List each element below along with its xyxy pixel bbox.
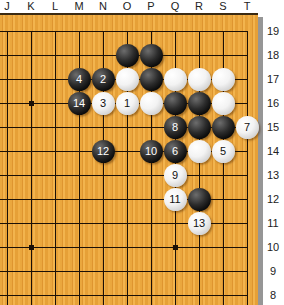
row-label: 18: [263, 48, 283, 62]
stone-white: [140, 92, 163, 115]
stone-white-move-1: 1: [116, 92, 139, 115]
stone-white-move-11: 11: [164, 188, 187, 211]
stone-black-move-12: 12: [92, 140, 115, 163]
column-label: S: [211, 0, 235, 13]
stone-white: [188, 140, 211, 163]
row-label: 14: [263, 144, 283, 158]
stone-white: [164, 68, 187, 91]
column-label: L: [43, 0, 67, 13]
column-label: Q: [163, 0, 187, 13]
column-label: N: [91, 0, 115, 13]
column-label: R: [187, 0, 211, 13]
row-label: 17: [263, 72, 283, 86]
stone-white-move-3: 3: [92, 92, 115, 115]
stone-white-move-13: 13: [188, 212, 211, 235]
stone-black: [140, 68, 163, 91]
stone-black-move-2: 2: [92, 68, 115, 91]
stone-black-move-8: 8: [164, 116, 187, 139]
stone-white: [188, 68, 211, 91]
column-label: O: [115, 0, 139, 13]
row-labels: 1918171615141312111098: [263, 0, 284, 305]
stone-black: [212, 116, 235, 139]
stone-white: [116, 68, 139, 91]
row-label: 11: [263, 216, 283, 230]
stone-black-move-4: 4: [68, 68, 91, 91]
stone-black-move-6: 6: [164, 140, 187, 163]
stone-white: [212, 68, 235, 91]
stone-black: [188, 92, 211, 115]
star-point: [29, 245, 34, 250]
stone-black-move-14: 14: [68, 92, 91, 115]
column-labels: JKLMNOPQRST: [0, 0, 284, 13]
row-label: 8: [263, 288, 283, 302]
stone-black: [188, 116, 211, 139]
column-label: K: [19, 0, 43, 13]
row-label: 16: [263, 96, 283, 110]
stone-white-move-7: 7: [236, 116, 259, 139]
column-label: P: [139, 0, 163, 13]
row-label: 15: [263, 120, 283, 134]
board-grid: 4214318712106591113: [0, 19, 259, 305]
star-point: [173, 245, 178, 250]
row-label: 10: [263, 240, 283, 254]
row-label: 9: [263, 264, 283, 278]
stone-white-move-9: 9: [164, 164, 187, 187]
stone-black: [164, 92, 187, 115]
star-point: [29, 101, 34, 106]
row-label: 12: [263, 192, 283, 206]
column-label: M: [67, 0, 91, 13]
go-diagram: 4214318712106591113 JKLMNOPQRST 19181716…: [0, 0, 284, 305]
stone-black: [140, 44, 163, 67]
stone-black-move-10: 10: [140, 140, 163, 163]
stone-black: [116, 44, 139, 67]
column-label: T: [235, 0, 259, 13]
stone-white-move-5: 5: [212, 140, 235, 163]
stone-white: [212, 92, 235, 115]
row-label: 19: [263, 24, 283, 38]
stone-black: [188, 188, 211, 211]
row-label: 13: [263, 168, 283, 182]
column-label: J: [0, 0, 19, 13]
